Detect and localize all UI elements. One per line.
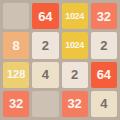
tile-2-r2c2: 2: [62, 62, 88, 88]
empty-cell-r0c0: [3, 3, 29, 29]
tile-32-r0c3: 32: [91, 3, 117, 29]
tile-8-r1c0: 8: [3, 32, 29, 58]
tile-1024-r1c2: 1024: [62, 32, 88, 58]
tile-32-r3c2: 32: [62, 91, 88, 117]
tile-64-r2c3: 64: [91, 62, 117, 88]
tile-1024-r0c2: 1024: [62, 3, 88, 29]
tile-4-r3c3: 4: [91, 91, 117, 117]
tile-64-r0c1: 64: [32, 3, 58, 29]
tile-4-r2c1: 4: [32, 62, 58, 88]
tile-2-r1c3: 2: [91, 32, 117, 58]
board-2048[interactable]: 641024328210242128426432324: [0, 0, 120, 120]
tile-32-r3c0: 32: [3, 91, 29, 117]
tile-128-r2c0: 128: [3, 62, 29, 88]
tile-2-r1c1: 2: [32, 32, 58, 58]
empty-cell-r3c1: [32, 91, 58, 117]
